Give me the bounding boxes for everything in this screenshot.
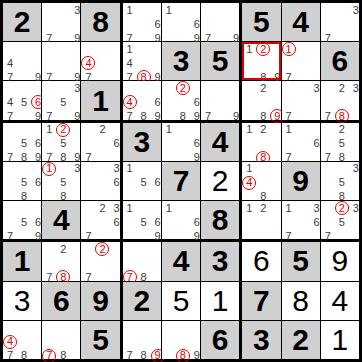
candidate-digit — [282, 215, 296, 229]
pencil-marks: 2357 — [321, 201, 359, 239]
candidate-3: 3 — [109, 201, 123, 215]
cell-r3c4[interactable]: 46789 — [123, 81, 161, 119]
cell-r1c2[interactable]: 379 — [42, 3, 80, 41]
candidate-digit — [109, 229, 123, 243]
candidate-1: 1 — [123, 42, 137, 56]
cell-r9c4[interactable]: 789 — [123, 321, 161, 359]
given-digit: 5 — [201, 42, 239, 80]
pencil-marks: 148 — [242, 162, 280, 200]
candidate-digit: 8 — [17, 349, 31, 362]
candidate-empty — [95, 56, 109, 70]
cell-r4c5[interactable]: 169 — [162, 123, 200, 161]
candidate-digit: 4 — [123, 56, 137, 70]
pencil-marks: 47 — [81, 42, 119, 80]
candidate-digit: 1 — [242, 42, 256, 56]
cell-r6c6[interactable]: 8 — [201, 201, 239, 239]
given-digit: 4 — [282, 3, 320, 41]
candidate-empty — [42, 42, 56, 56]
candidate-digit — [229, 81, 243, 95]
cell-r1c8[interactable]: 4 — [282, 3, 320, 41]
cell-r1c3[interactable]: 8 — [81, 3, 119, 41]
candidate-digit — [137, 229, 151, 243]
cell-r8c8[interactable]: 8 — [282, 282, 320, 320]
candidate-empty — [176, 3, 190, 17]
candidate-digit — [95, 42, 109, 56]
cell-r8c5[interactable]: 5 — [162, 282, 200, 320]
cell-r6c3[interactable]: 2367 — [81, 201, 119, 239]
candidate-digit — [321, 137, 335, 151]
candidate-digit — [229, 17, 243, 31]
candidate-digit — [282, 95, 296, 109]
candidate-empty — [137, 201, 151, 215]
candidate-5: 5 — [137, 176, 151, 190]
cell-r4c2[interactable]: 125789 — [42, 123, 80, 161]
cell-r7c2[interactable]: 278 — [42, 242, 80, 280]
cell-r1c9[interactable]: 37 — [321, 3, 359, 41]
candidate-5: 5 — [17, 137, 31, 151]
candidate-digit — [81, 201, 95, 215]
cell-r5c8[interactable]: 9 — [282, 162, 320, 200]
candidate-empty — [201, 81, 215, 95]
candidate-digit — [42, 242, 56, 256]
cell-r3c2[interactable]: 3579 — [42, 81, 80, 119]
candidate-digit: 1 — [162, 3, 176, 17]
cell-r4c7[interactable]: 128 — [242, 123, 280, 161]
candidate-digit: 5 — [56, 137, 70, 151]
pencil-marks: 37 — [321, 3, 359, 41]
candidate-8: 8 — [176, 109, 190, 123]
candidate-9: 9 — [229, 109, 243, 123]
candidate-digit — [123, 81, 137, 95]
candidate-digit: 5 — [56, 95, 70, 109]
candidate-digit — [242, 81, 256, 95]
candidate-digit: 6 — [109, 137, 123, 151]
given-digit: 4 — [42, 201, 80, 239]
candidate-empty — [56, 321, 70, 335]
candidate-digit — [123, 176, 137, 190]
candidate-digit — [95, 176, 109, 190]
candidate-digit — [256, 229, 270, 243]
block-3-1: 127827369478785 — [3, 242, 120, 359]
candidate-empty — [137, 17, 151, 31]
candidate-7: 7 — [282, 229, 296, 243]
candidate-4: 4 — [3, 56, 17, 70]
cell-r3c6[interactable]: 79 — [201, 81, 239, 119]
cell-r5c4[interactable]: 156 — [123, 162, 161, 200]
red-circle-mark: 2 — [56, 123, 70, 137]
pencil-marks: 1367 — [282, 201, 320, 239]
candidate-empty — [335, 95, 349, 109]
candidate-empty — [137, 256, 151, 270]
candidate-2: 2 — [335, 123, 349, 137]
pencil-marks: 79 — [42, 42, 80, 80]
cell-r4c4[interactable]: 3 — [123, 123, 161, 161]
candidate-7: 7 — [3, 349, 17, 362]
candidate-digit — [95, 256, 109, 270]
cell-r5c5[interactable]: 7 — [162, 162, 200, 200]
candidate-empty — [3, 321, 17, 335]
candidate-6: 6 — [109, 137, 123, 151]
candidate-1: 1 — [242, 162, 256, 176]
cell-r4c3[interactable]: 267 — [81, 123, 119, 161]
cell-r9c3[interactable]: 5 — [81, 321, 119, 359]
cell-r4c6[interactable]: 4 — [201, 123, 239, 161]
candidate-digit — [56, 109, 70, 123]
cell-r4c8[interactable]: 167 — [282, 123, 320, 161]
candidate-digit — [321, 95, 335, 109]
candidate-empty — [162, 215, 176, 229]
cell-r2c6[interactable]: 5 — [201, 42, 239, 80]
candidate-empty — [201, 17, 215, 31]
cell-r3c5[interactable]: 2689 — [162, 81, 200, 119]
cell-r2c9[interactable]: 6 — [321, 42, 359, 80]
cell-r6c5[interactable]: 169 — [162, 201, 200, 239]
cell-r1c4[interactable]: 1679 — [123, 3, 161, 41]
cell-r9c6[interactable]: 6 — [201, 321, 239, 359]
candidate-empty — [335, 17, 349, 31]
cell-r3c9[interactable]: 2378 — [321, 81, 359, 119]
cell-r2c7[interactable]: 1289 — [242, 42, 280, 80]
pencil-marks: 1358 — [42, 162, 80, 200]
candidate-6: 6 — [109, 176, 123, 190]
cell-r2c5[interactable]: 3 — [162, 42, 200, 80]
candidate-digit — [229, 95, 243, 109]
candidate-digit — [95, 215, 109, 229]
candidate-2: 2 — [95, 201, 109, 215]
candidate-digit — [109, 56, 123, 70]
cell-r7c6[interactable]: 3 — [201, 242, 239, 280]
candidate-7: 7 — [3, 109, 17, 123]
cell-r8c2[interactable]: 6 — [42, 282, 80, 320]
candidate-empty — [242, 109, 256, 123]
candidate-digit — [296, 56, 310, 70]
candidate-empty — [349, 109, 362, 123]
pencil-marks: 45679 — [3, 81, 41, 119]
cell-r7c4[interactable]: 78 — [123, 242, 161, 280]
cell-r4c9[interactable]: 2578 — [321, 123, 359, 161]
candidate-empty — [321, 215, 335, 229]
cell-r3c3[interactable]: 1 — [81, 81, 119, 119]
candidate-7: 7 — [3, 229, 17, 243]
cell-r3c8[interactable]: 37 — [282, 81, 320, 119]
candidate-empty — [282, 95, 296, 109]
candidate-empty — [229, 17, 243, 31]
candidate-6: 6 — [109, 215, 123, 229]
candidate-empty — [349, 123, 362, 137]
candidate-empty — [176, 17, 190, 31]
candidate-empty — [176, 321, 190, 335]
candidate-empty — [162, 109, 176, 123]
candidate-empty — [335, 229, 349, 243]
block-3-2: 7843251789896 — [123, 242, 240, 359]
candidate-digit: 2 — [256, 201, 270, 215]
candidate-digit — [215, 17, 229, 31]
candidate-empty — [296, 56, 310, 70]
red-circle-mark: 4 — [81, 56, 95, 70]
candidate-empty — [162, 229, 176, 243]
candidate-digit — [256, 56, 270, 70]
candidate-5: 5 — [17, 215, 31, 229]
cell-r1c7[interactable]: 5 — [242, 3, 280, 41]
candidate-digit: 8 — [56, 349, 70, 362]
candidate-digit: 7 — [42, 109, 56, 123]
candidate-7: 7 — [321, 109, 335, 123]
candidate-digit — [95, 137, 109, 151]
candidate-digit — [256, 162, 270, 176]
candidate-digit — [296, 137, 310, 151]
cell-r9c2[interactable]: 78 — [42, 321, 80, 359]
cell-r6c4[interactable]: 1569 — [123, 201, 161, 239]
candidate-digit — [201, 81, 215, 95]
candidate-5: 5 — [335, 176, 349, 190]
candidate-7: 7 — [123, 349, 137, 362]
candidate-digit — [321, 215, 335, 229]
cell-r9c9[interactable]: 1 — [321, 321, 359, 359]
cell-r6c2[interactable]: 4 — [42, 201, 80, 239]
pencil-marks: 267 — [81, 123, 119, 161]
cell-r5c6[interactable]: 2 — [201, 162, 239, 200]
cell-r2c4[interactable]: 14789 — [123, 42, 161, 80]
candidate-5: 5 — [17, 176, 31, 190]
candidate-empty — [81, 242, 95, 256]
candidate-empty — [349, 176, 362, 190]
cell-r7c9[interactable]: 9 — [321, 242, 359, 280]
candidate-digit — [123, 321, 137, 335]
candidate-5: 5 — [17, 95, 31, 109]
candidate-digit: 7 — [3, 349, 17, 362]
candidate-empty — [56, 335, 70, 349]
candidate-digit — [3, 42, 17, 56]
candidate-circled-4: 4 — [242, 176, 256, 190]
red-circle-mark: 4 — [123, 95, 137, 109]
candidate-digit — [229, 3, 243, 17]
candidate-empty — [296, 201, 310, 215]
candidate-empty — [176, 201, 190, 215]
pencil-marks: 169 — [162, 123, 200, 161]
candidate-digit: 4 — [3, 56, 17, 70]
cell-r5c2[interactable]: 1358 — [42, 162, 80, 200]
candidate-digit: 1 — [242, 162, 256, 176]
cell-r8c9[interactable]: 4 — [321, 282, 359, 320]
candidate-digit — [349, 137, 362, 151]
pencil-marks: 167 — [282, 123, 320, 161]
candidate-digit — [137, 335, 151, 349]
candidate-digit — [282, 137, 296, 151]
candidate-digit — [321, 81, 335, 95]
candidate-digit: 7 — [321, 229, 335, 243]
cell-r8c3[interactable]: 9 — [81, 282, 119, 320]
candidate-8: 8 — [17, 349, 31, 362]
candidate-digit — [3, 162, 17, 176]
candidate-empty — [335, 3, 349, 17]
candidate-digit — [42, 81, 56, 95]
candidate-circled-8: 8 — [176, 349, 190, 362]
candidate-digit: 8 — [137, 109, 151, 123]
cell-r4c1[interactable]: 56789 — [3, 123, 41, 161]
candidate-empty — [137, 56, 151, 70]
given-digit: 3 — [162, 42, 200, 80]
candidate-empty — [296, 229, 310, 243]
pencil-marks: 289 — [242, 81, 280, 119]
candidate-empty — [282, 137, 296, 151]
candidate-empty — [137, 95, 151, 109]
candidate-digit — [17, 229, 31, 243]
candidate-digit — [123, 242, 137, 256]
candidate-digit — [137, 256, 151, 270]
cell-r9c1[interactable]: 478 — [3, 321, 41, 359]
candidate-empty — [176, 215, 190, 229]
cell-r8c4[interactable]: 2 — [123, 282, 161, 320]
candidate-digit — [176, 3, 190, 17]
candidate-digit — [296, 81, 310, 95]
cell-r5c3[interactable]: 36 — [81, 162, 119, 200]
red-circle-mark: 1 — [282, 42, 296, 56]
cell-r7c8[interactable]: 5 — [282, 242, 320, 280]
cell-r1c5[interactable]: 169 — [162, 3, 200, 41]
candidate-8: 8 — [137, 349, 151, 362]
candidate-empty — [17, 335, 31, 349]
candidate-2: 2 — [256, 201, 270, 215]
given-digit: 4 — [201, 123, 239, 161]
cell-r8c6[interactable]: 1 — [201, 282, 239, 320]
candidate-digit — [162, 215, 176, 229]
candidate-empty — [349, 95, 362, 109]
candidate-empty — [176, 335, 190, 349]
cell-r9c7[interactable]: 3 — [242, 321, 280, 359]
candidate-digit — [256, 95, 270, 109]
cell-r9c5[interactable]: 89 — [162, 321, 200, 359]
candidate-digit — [81, 162, 95, 176]
cell-r6c7[interactable]: 12 — [242, 201, 280, 239]
cell-r7c7[interactable]: 6 — [242, 242, 280, 280]
candidate-empty — [17, 201, 31, 215]
solved-digit: 2 — [201, 162, 239, 200]
cell-r1c6[interactable]: 79 — [201, 3, 239, 41]
candidate-empty — [349, 137, 362, 151]
candidate-digit — [176, 201, 190, 215]
candidate-empty — [321, 95, 335, 109]
candidate-digit — [349, 176, 362, 190]
solved-digit: 9 — [321, 242, 359, 280]
candidate-digit — [81, 42, 95, 56]
cell-r5c1[interactable]: 568 — [3, 162, 41, 200]
cell-r8c1[interactable]: 3 — [3, 282, 41, 320]
candidate-digit — [81, 242, 95, 256]
candidate-empty — [256, 215, 270, 229]
candidate-digit: 5 — [137, 215, 151, 229]
candidate-empty — [215, 109, 229, 123]
pencil-marks: 17 — [282, 42, 320, 80]
candidate-digit: 5 — [17, 95, 31, 109]
candidate-empty — [109, 256, 123, 270]
candidate-empty — [17, 162, 31, 176]
candidate-digit — [242, 215, 256, 229]
sudoku-board: 2379847979474567935791167916979147893546… — [0, 0, 362, 362]
candidate-digit: 7 — [282, 229, 296, 243]
candidate-digit — [17, 42, 31, 56]
pencil-marks: 78 — [123, 242, 161, 280]
block-1-3: 54371289176289372378 — [242, 3, 359, 120]
candidate-digit — [17, 123, 31, 137]
cell-r3c1[interactable]: 45679 — [3, 81, 41, 119]
cell-r5c9[interactable]: 358 — [321, 162, 359, 200]
candidate-empty — [349, 215, 362, 229]
candidate-digit — [242, 229, 256, 243]
candidate-empty — [56, 162, 70, 176]
cell-r9c8[interactable]: 2 — [282, 321, 320, 359]
candidate-empty — [42, 335, 56, 349]
cell-r2c1[interactable]: 479 — [3, 42, 41, 80]
candidate-empty — [296, 123, 310, 137]
candidate-digit — [321, 17, 335, 31]
cell-r2c8[interactable]: 17 — [282, 42, 320, 80]
cell-r2c3[interactable]: 47 — [81, 42, 119, 80]
candidate-digit: 5 — [17, 215, 31, 229]
cell-r3c7[interactable]: 289 — [242, 81, 280, 119]
cell-r6c9[interactable]: 2357 — [321, 201, 359, 239]
cell-r6c1[interactable]: 5679 — [3, 201, 41, 239]
candidate-empty — [242, 229, 256, 243]
candidate-empty — [296, 95, 310, 109]
candidate-empty — [137, 3, 151, 17]
candidate-digit: 6 — [109, 176, 123, 190]
candidate-empty — [95, 137, 109, 151]
candidate-digit — [176, 335, 190, 349]
given-digit: 8 — [81, 3, 119, 41]
candidate-digit — [321, 123, 335, 137]
candidate-empty — [201, 95, 215, 109]
candidate-digit — [42, 137, 56, 151]
candidate-digit — [335, 17, 349, 31]
candidate-digit: 5 — [335, 137, 349, 151]
cell-r8c7[interactable]: 7 — [242, 282, 280, 320]
candidate-digit — [162, 109, 176, 123]
candidate-circled-7: 7 — [42, 349, 56, 362]
candidate-digit: 9 — [229, 109, 243, 123]
candidate-circled-1: 1 — [282, 42, 296, 56]
block-1-1: 2379847979474567935791 — [3, 3, 120, 120]
candidate-digit — [256, 176, 270, 190]
cell-r7c5[interactable]: 4 — [162, 242, 200, 280]
cell-r7c3[interactable]: 27 — [81, 242, 119, 280]
candidate-digit — [137, 56, 151, 70]
candidate-empty — [95, 176, 109, 190]
candidate-digit — [109, 42, 123, 56]
candidate-digit — [176, 137, 190, 151]
cell-r5c7[interactable]: 148 — [242, 162, 280, 200]
cell-r7c1[interactable]: 1 — [3, 242, 41, 280]
cell-r1c1[interactable]: 2 — [3, 3, 41, 41]
candidate-empty — [256, 137, 270, 151]
candidate-3: 3 — [349, 201, 362, 215]
candidate-empty — [123, 321, 137, 335]
cell-r6c8[interactable]: 1367 — [282, 201, 320, 239]
candidate-empty — [321, 201, 335, 215]
candidate-digit — [162, 335, 176, 349]
candidate-digit: 3 — [349, 81, 362, 95]
candidate-digit — [282, 56, 296, 70]
block-2-2: 316941567215691698 — [123, 123, 240, 240]
candidate-empty — [296, 81, 310, 95]
candidate-digit: 3 — [349, 3, 362, 17]
candidate-circled-4: 4 — [123, 95, 137, 109]
candidate-empty — [282, 215, 296, 229]
candidate-digit — [349, 229, 362, 243]
candidate-digit — [137, 3, 151, 17]
cell-r2c2[interactable]: 79 — [42, 42, 80, 80]
candidate-digit — [17, 109, 31, 123]
candidate-empty — [17, 81, 31, 95]
